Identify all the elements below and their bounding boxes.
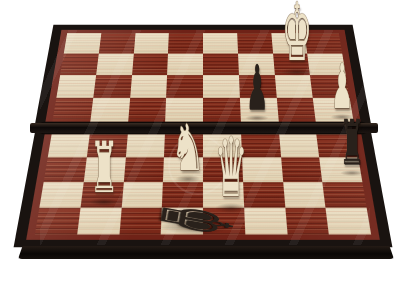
black-rook[interactable]: ♜ xyxy=(339,112,364,174)
black-pawn[interactable]: ♟ xyxy=(246,57,268,119)
photo-background: ♚♟♟♜♞♜♛♚ xyxy=(0,0,413,300)
white-queen[interactable]: ♛ xyxy=(214,127,247,209)
white-knight[interactable]: ♞ xyxy=(171,116,205,180)
white-rook[interactable]: ♜ xyxy=(90,133,118,203)
pieces-layer: ♚♟♟♜♞♜♛♚ xyxy=(0,0,413,300)
white-king[interactable]: ♚ xyxy=(282,0,312,73)
